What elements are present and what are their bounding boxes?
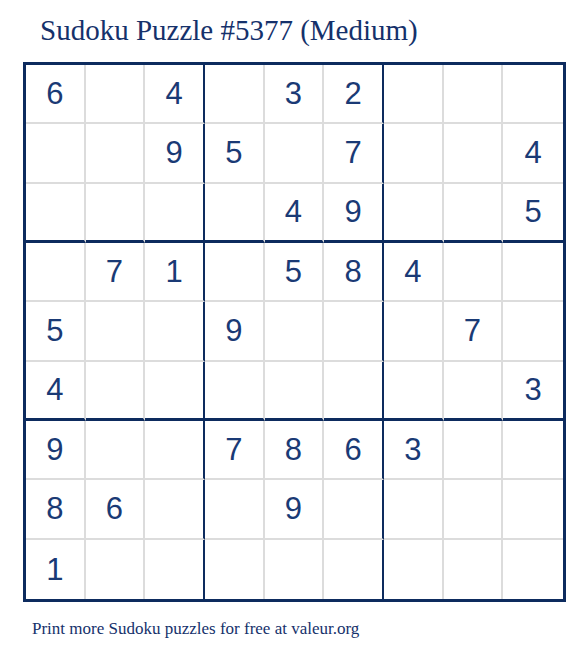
- cell-r2c9[interactable]: 4: [503, 124, 563, 183]
- cell-r4c2[interactable]: 7: [86, 243, 146, 302]
- footer-text: Print more Sudoku puzzles for free at va…: [32, 619, 359, 639]
- cell-r3c1[interactable]: [26, 184, 86, 243]
- cell-r5c2[interactable]: [86, 302, 146, 361]
- cell-r3c7[interactable]: [384, 184, 444, 243]
- cell-r3c4[interactable]: [205, 184, 265, 243]
- cell-r5c9[interactable]: [503, 302, 563, 361]
- cell-r1c7[interactable]: [384, 65, 444, 124]
- cell-r4c6[interactable]: 8: [324, 243, 384, 302]
- cell-r4c4[interactable]: [205, 243, 265, 302]
- cell-r9c4[interactable]: [205, 540, 265, 599]
- cell-r6c8[interactable]: [444, 362, 504, 421]
- cell-r7c6[interactable]: 6: [324, 421, 384, 480]
- cell-r5c8[interactable]: 7: [444, 302, 504, 361]
- cell-r1c3[interactable]: 4: [145, 65, 205, 124]
- cell-r1c5[interactable]: 3: [265, 65, 325, 124]
- page-title: Sudoku Puzzle #5377 (Medium): [40, 14, 418, 47]
- cell-r3c5[interactable]: 4: [265, 184, 325, 243]
- cell-r9c6[interactable]: [324, 540, 384, 599]
- cell-r6c2[interactable]: [86, 362, 146, 421]
- cell-r6c5[interactable]: [265, 362, 325, 421]
- cell-r2c4[interactable]: 5: [205, 124, 265, 183]
- cell-r1c1[interactable]: 6: [26, 65, 86, 124]
- cell-r1c6[interactable]: 2: [324, 65, 384, 124]
- cell-r9c2[interactable]: [86, 540, 146, 599]
- cell-r2c5[interactable]: [265, 124, 325, 183]
- cell-r7c3[interactable]: [145, 421, 205, 480]
- cell-r5c4[interactable]: 9: [205, 302, 265, 361]
- cell-r4c3[interactable]: 1: [145, 243, 205, 302]
- cell-r9c5[interactable]: [265, 540, 325, 599]
- cell-r5c3[interactable]: [145, 302, 205, 361]
- cell-r1c9[interactable]: [503, 65, 563, 124]
- cell-r7c9[interactable]: [503, 421, 563, 480]
- cell-r3c8[interactable]: [444, 184, 504, 243]
- cell-r7c7[interactable]: 3: [384, 421, 444, 480]
- cell-r1c8[interactable]: [444, 65, 504, 124]
- cell-r6c7[interactable]: [384, 362, 444, 421]
- cell-r5c5[interactable]: [265, 302, 325, 361]
- cell-r3c6[interactable]: 9: [324, 184, 384, 243]
- cell-r2c1[interactable]: [26, 124, 86, 183]
- cell-r9c3[interactable]: [145, 540, 205, 599]
- cell-r8c8[interactable]: [444, 480, 504, 539]
- cell-r5c7[interactable]: [384, 302, 444, 361]
- cell-r3c2[interactable]: [86, 184, 146, 243]
- cell-r6c9[interactable]: 3: [503, 362, 563, 421]
- cell-r1c4[interactable]: [205, 65, 265, 124]
- cell-r6c1[interactable]: 4: [26, 362, 86, 421]
- cell-r2c7[interactable]: [384, 124, 444, 183]
- cell-r4c8[interactable]: [444, 243, 504, 302]
- cell-r8c9[interactable]: [503, 480, 563, 539]
- sudoku-grid: 643295744957158459743978638691: [23, 62, 566, 602]
- cell-r4c1[interactable]: [26, 243, 86, 302]
- cell-r7c5[interactable]: 8: [265, 421, 325, 480]
- cell-r5c1[interactable]: 5: [26, 302, 86, 361]
- cell-r8c2[interactable]: 6: [86, 480, 146, 539]
- cell-r7c2[interactable]: [86, 421, 146, 480]
- cell-r4c9[interactable]: [503, 243, 563, 302]
- cell-r8c5[interactable]: 9: [265, 480, 325, 539]
- cell-r2c3[interactable]: 9: [145, 124, 205, 183]
- cell-r5c6[interactable]: [324, 302, 384, 361]
- cell-r7c1[interactable]: 9: [26, 421, 86, 480]
- cell-r8c6[interactable]: [324, 480, 384, 539]
- cell-r8c7[interactable]: [384, 480, 444, 539]
- cell-r3c3[interactable]: [145, 184, 205, 243]
- cell-r2c2[interactable]: [86, 124, 146, 183]
- cell-r9c9[interactable]: [503, 540, 563, 599]
- cell-r8c1[interactable]: 8: [26, 480, 86, 539]
- cell-r9c1[interactable]: 1: [26, 540, 86, 599]
- cell-r6c3[interactable]: [145, 362, 205, 421]
- cell-r3c9[interactable]: 5: [503, 184, 563, 243]
- cell-r2c8[interactable]: [444, 124, 504, 183]
- cell-r4c7[interactable]: 4: [384, 243, 444, 302]
- cell-r8c4[interactable]: [205, 480, 265, 539]
- cell-r6c6[interactable]: [324, 362, 384, 421]
- cell-r8c3[interactable]: [145, 480, 205, 539]
- cell-r2c6[interactable]: 7: [324, 124, 384, 183]
- cell-r7c8[interactable]: [444, 421, 504, 480]
- cell-r9c8[interactable]: [444, 540, 504, 599]
- cell-r4c5[interactable]: 5: [265, 243, 325, 302]
- cell-r1c2[interactable]: [86, 65, 146, 124]
- cell-r6c4[interactable]: [205, 362, 265, 421]
- cell-r9c7[interactable]: [384, 540, 444, 599]
- cell-r7c4[interactable]: 7: [205, 421, 265, 480]
